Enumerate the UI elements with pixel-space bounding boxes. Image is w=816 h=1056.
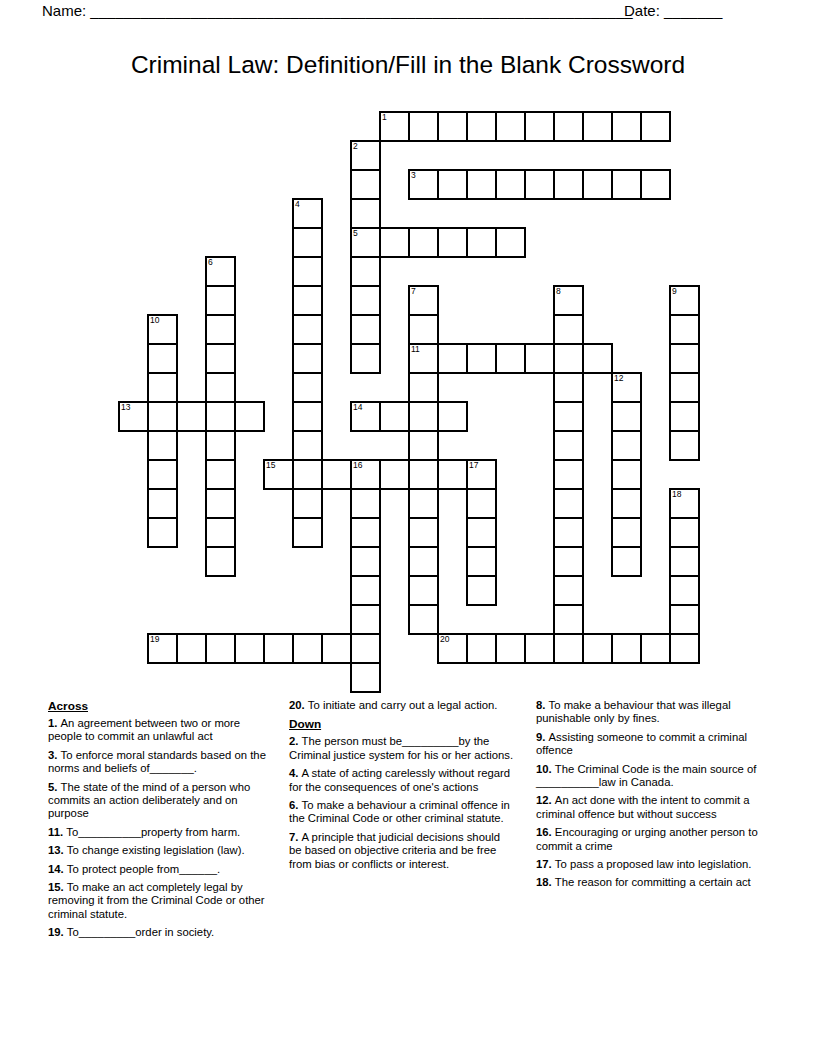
clue-down-2: 2. The person must be_________by the Cri… [289, 735, 515, 762]
grid-cell-r10c11[interactable] [437, 401, 468, 432]
clue-number-13: 13 [121, 403, 130, 412]
grid-cell-r9c19[interactable] [669, 372, 700, 403]
grid-cell-r17c19[interactable] [669, 604, 700, 635]
grid-cell-r10c4[interactable] [234, 401, 265, 432]
clue-down-7: 7. A principle that judicial decisions s… [289, 831, 515, 871]
grid-cell-r18c17[interactable] [611, 633, 642, 664]
grid-cell-r1c8[interactable]: 2 [350, 140, 381, 171]
grid-cell-r11c17[interactable] [611, 430, 642, 461]
grid-cell-r12c17[interactable] [611, 459, 642, 490]
grid-cell-r5c8[interactable] [350, 256, 381, 287]
grid-cell-r9c17[interactable]: 12 [611, 372, 642, 403]
clue-number-11: 11 [411, 345, 420, 354]
grid-cell-r18c2[interactable] [176, 633, 207, 664]
clue-across-11: 11. To__________property from harm. [48, 826, 274, 839]
down-header: Down [289, 717, 515, 731]
grid-cell-r7c8[interactable] [350, 314, 381, 345]
clue-number-19: 19 [150, 635, 159, 644]
crossword-grid: 1234567891011121314151617181920 [118, 111, 700, 693]
clue-number-18: 18 [672, 490, 681, 499]
grid-cell-r13c3[interactable] [205, 488, 236, 519]
clue-column-2: 20. To initiate and carry out a legal ac… [289, 699, 515, 876]
grid-cell-r12c7[interactable] [321, 459, 352, 490]
grid-cell-r15c15[interactable] [553, 546, 584, 577]
grid-cell-r12c11[interactable] [437, 459, 468, 490]
grid-cell-r16c15[interactable] [553, 575, 584, 606]
name-field: Name: __________________________________… [42, 2, 633, 19]
page-title: Criminal Law: Definition/Fill in the Bla… [0, 51, 816, 79]
grid-cell-r13c10[interactable] [408, 488, 439, 519]
grid-cell-r12c6[interactable] [292, 459, 323, 490]
grid-cell-r2c16[interactable] [582, 169, 613, 200]
grid-cell-r13c6[interactable] [292, 488, 323, 519]
grid-cell-r14c6[interactable] [292, 517, 323, 548]
grid-cell-r0c15[interactable] [553, 111, 584, 142]
grid-cell-r12c1[interactable] [147, 459, 178, 490]
grid-cell-r8c14[interactable] [524, 343, 555, 374]
grid-cell-r2c18[interactable] [640, 169, 671, 200]
grid-cell-r10c10[interactable] [408, 401, 439, 432]
clue-column-3: 8. To make a behaviour that was illegal … [536, 699, 762, 895]
grid-cell-r2c13[interactable] [495, 169, 526, 200]
grid-cell-r15c12[interactable] [466, 546, 497, 577]
grid-cell-r14c12[interactable] [466, 517, 497, 548]
grid-cell-r4c13[interactable] [495, 227, 526, 258]
clue-number-20: 20 [440, 635, 449, 644]
clue-across-5: 5. The state of the mind of a person who… [48, 781, 274, 821]
grid-cell-r18c16[interactable] [582, 633, 613, 664]
grid-cell-r18c13[interactable] [495, 633, 526, 664]
grid-cell-r8c19[interactable] [669, 343, 700, 374]
grid-cell-r7c15[interactable] [553, 314, 584, 345]
clue-number-8: 8 [556, 287, 561, 296]
grid-cell-r10c19[interactable] [669, 401, 700, 432]
grid-cell-r0c11[interactable] [437, 111, 468, 142]
grid-cell-r14c19[interactable] [669, 517, 700, 548]
grid-cell-r10c0[interactable]: 13 [118, 401, 149, 432]
grid-cell-r16c10[interactable] [408, 575, 439, 606]
grid-cell-r7c19[interactable] [669, 314, 700, 345]
grid-cell-r18c19[interactable] [669, 633, 700, 664]
grid-cell-r8c6[interactable] [292, 343, 323, 374]
grid-cell-r4c12[interactable] [466, 227, 497, 258]
grid-cell-r17c15[interactable] [553, 604, 584, 635]
grid-cell-r10c15[interactable] [553, 401, 584, 432]
grid-cell-r17c8[interactable] [350, 604, 381, 635]
grid-cell-r2c11[interactable] [437, 169, 468, 200]
grid-cell-r7c3[interactable] [205, 314, 236, 345]
grid-cell-r12c10[interactable] [408, 459, 439, 490]
grid-cell-r10c3[interactable] [205, 401, 236, 432]
clue-number-12: 12 [614, 374, 623, 383]
grid-cell-r13c8[interactable] [350, 488, 381, 519]
grid-cell-r2c8[interactable] [350, 169, 381, 200]
grid-cell-r17c10[interactable] [408, 604, 439, 635]
grid-cell-r15c19[interactable] [669, 546, 700, 577]
grid-cell-r8c11[interactable] [437, 343, 468, 374]
grid-cell-r6c10[interactable]: 7 [408, 285, 439, 316]
date-label: Date: [624, 2, 660, 19]
clue-number-16: 16 [353, 461, 362, 470]
grid-cell-r0c14[interactable] [524, 111, 555, 142]
grid-cell-r9c10[interactable] [408, 372, 439, 403]
grid-cell-r11c6[interactable] [292, 430, 323, 461]
grid-cell-r15c3[interactable] [205, 546, 236, 577]
grid-cell-r12c15[interactable] [553, 459, 584, 490]
grid-cell-r0c9[interactable]: 1 [379, 111, 410, 142]
date-line: _______ [664, 2, 722, 19]
grid-cell-r9c3[interactable] [205, 372, 236, 403]
grid-cell-r8c10[interactable]: 11 [408, 343, 439, 374]
clue-down-4: 4. A state of acting carelessly without … [289, 767, 515, 794]
grid-cell-r14c10[interactable] [408, 517, 439, 548]
grid-cell-r12c8[interactable]: 16 [350, 459, 381, 490]
grid-cell-r13c19[interactable]: 18 [669, 488, 700, 519]
grid-cell-r18c6[interactable] [292, 633, 323, 664]
clue-across-14: 14. To protect people from______. [48, 863, 274, 876]
grid-cell-r11c15[interactable] [553, 430, 584, 461]
clue-number-5: 5 [353, 229, 358, 238]
grid-cell-r18c4[interactable] [234, 633, 265, 664]
clue-across-20: 20. To initiate and carry out a legal ac… [289, 699, 515, 712]
name-label: Name: [42, 2, 86, 19]
clue-column-1: Across1. An agreement between two or mor… [48, 699, 274, 945]
grid-cell-r18c7[interactable] [321, 633, 352, 664]
grid-cell-r0c18[interactable] [640, 111, 671, 142]
date-field: Date: _______ [624, 2, 722, 19]
grid-cell-r12c5[interactable]: 15 [263, 459, 294, 490]
grid-cell-r6c6[interactable] [292, 285, 323, 316]
grid-cell-r16c12[interactable] [466, 575, 497, 606]
clue-down-8: 8. To make a behaviour that was illegal … [536, 699, 762, 726]
grid-cell-r12c9[interactable] [379, 459, 410, 490]
clue-across-1: 1. An agreement between two or more peop… [48, 717, 274, 744]
grid-cell-r12c12[interactable]: 17 [466, 459, 497, 490]
grid-cell-r5c3[interactable]: 6 [205, 256, 236, 287]
grid-cell-r18c14[interactable] [524, 633, 555, 664]
grid-cell-r7c6[interactable] [292, 314, 323, 345]
grid-cell-r18c5[interactable] [263, 633, 294, 664]
grid-cell-r8c13[interactable] [495, 343, 526, 374]
grid-cell-r9c6[interactable] [292, 372, 323, 403]
clue-number-15: 15 [266, 461, 275, 470]
clue-number-4: 4 [295, 200, 300, 209]
grid-cell-r8c12[interactable] [466, 343, 497, 374]
clue-across-3: 3. To enforce moral standards based on t… [48, 749, 274, 776]
grid-cell-r0c17[interactable] [611, 111, 642, 142]
grid-cell-r2c10[interactable]: 3 [408, 169, 439, 200]
grid-cell-r4c9[interactable] [379, 227, 410, 258]
grid-cell-r7c10[interactable] [408, 314, 439, 345]
grid-cell-r0c12[interactable] [466, 111, 497, 142]
grid-cell-r9c1[interactable] [147, 372, 178, 403]
grid-cell-r5c6[interactable] [292, 256, 323, 287]
grid-cell-r10c1[interactable] [147, 401, 178, 432]
grid-cell-r4c10[interactable] [408, 227, 439, 258]
grid-cell-r14c17[interactable] [611, 517, 642, 548]
grid-cell-r11c10[interactable] [408, 430, 439, 461]
grid-cell-r3c8[interactable] [350, 198, 381, 229]
grid-cell-r6c19[interactable]: 9 [669, 285, 700, 316]
grid-cell-r11c3[interactable] [205, 430, 236, 461]
clue-number-9: 9 [672, 287, 677, 296]
grid-cell-r0c13[interactable] [495, 111, 526, 142]
grid-cell-r10c17[interactable] [611, 401, 642, 432]
grid-cell-r10c8[interactable]: 14 [350, 401, 381, 432]
grid-cell-r11c19[interactable] [669, 430, 700, 461]
grid-cell-r18c11[interactable]: 20 [437, 633, 468, 664]
grid-cell-r0c16[interactable] [582, 111, 613, 142]
clue-down-9: 9. Assisting someone to commit a crimina… [536, 731, 762, 758]
clue-number-7: 7 [411, 287, 416, 296]
grid-cell-r6c3[interactable] [205, 285, 236, 316]
grid-cell-r19c8[interactable] [350, 662, 381, 693]
grid-cell-r11c1[interactable] [147, 430, 178, 461]
grid-cell-r12c3[interactable] [205, 459, 236, 490]
grid-cell-r2c17[interactable] [611, 169, 642, 200]
grid-cell-r4c11[interactable] [437, 227, 468, 258]
grid-cell-r3c6[interactable]: 4 [292, 198, 323, 229]
clue-down-18: 18. The reason for committing a certain … [536, 876, 762, 889]
clue-number-6: 6 [208, 258, 213, 267]
grid-cell-r18c12[interactable] [466, 633, 497, 664]
grid-cell-r16c8[interactable] [350, 575, 381, 606]
grid-cell-r6c15[interactable]: 8 [553, 285, 584, 316]
grid-cell-r8c3[interactable] [205, 343, 236, 374]
grid-cell-r15c8[interactable] [350, 546, 381, 577]
grid-cell-r2c15[interactable] [553, 169, 584, 200]
clue-across-19: 19. To_________order in society. [48, 926, 274, 939]
clue-number-2: 2 [353, 142, 358, 151]
grid-cell-r15c17[interactable] [611, 546, 642, 577]
grid-cell-r2c14[interactable] [524, 169, 555, 200]
grid-cell-r7c1[interactable]: 10 [147, 314, 178, 345]
grid-cell-r15c10[interactable] [408, 546, 439, 577]
clue-number-10: 10 [150, 316, 159, 325]
clue-number-17: 17 [469, 461, 478, 470]
grid-cell-r16c19[interactable] [669, 575, 700, 606]
across-header: Across [48, 699, 274, 713]
grid-cell-r8c15[interactable] [553, 343, 584, 374]
grid-cell-r13c17[interactable] [611, 488, 642, 519]
grid-cell-r0c10[interactable] [408, 111, 439, 142]
grid-cell-r10c2[interactable] [176, 401, 207, 432]
grid-cell-r9c15[interactable] [553, 372, 584, 403]
clue-number-3: 3 [411, 171, 416, 180]
grid-cell-r18c18[interactable] [640, 633, 671, 664]
grid-cell-r14c1[interactable] [147, 517, 178, 548]
clue-down-17: 17. To pass a proposed law into legislat… [536, 858, 762, 871]
clue-number-1: 1 [382, 113, 387, 122]
clue-number-14: 14 [353, 403, 362, 412]
clue-across-13: 13. To change existing legislation (law)… [48, 844, 274, 857]
grid-cell-r10c6[interactable] [292, 401, 323, 432]
grid-cell-r13c15[interactable] [553, 488, 584, 519]
grid-cell-r14c15[interactable] [553, 517, 584, 548]
grid-cell-r18c1[interactable]: 19 [147, 633, 178, 664]
grid-cell-r18c8[interactable] [350, 633, 381, 664]
grid-cell-r18c15[interactable] [553, 633, 584, 664]
clue-down-6: 6. To make a behaviour a criminal offenc… [289, 799, 515, 826]
grid-cell-r13c1[interactable] [147, 488, 178, 519]
name-line: ________________________________________… [90, 2, 632, 19]
grid-cell-r4c6[interactable] [292, 227, 323, 258]
grid-cell-r14c3[interactable] [205, 517, 236, 548]
grid-cell-r8c16[interactable] [582, 343, 613, 374]
grid-cell-r4c8[interactable]: 5 [350, 227, 381, 258]
clue-across-15: 15. To make an act completely legal by r… [48, 881, 274, 921]
grid-cell-r6c8[interactable] [350, 285, 381, 316]
grid-cell-r8c1[interactable] [147, 343, 178, 374]
clue-down-12: 12. An act done with the intent to commi… [536, 794, 762, 821]
grid-cell-r14c8[interactable] [350, 517, 381, 548]
clue-down-16: 16. Encouraging or urging another person… [536, 826, 762, 853]
grid-cell-r10c9[interactable] [379, 401, 410, 432]
grid-cell-r8c8[interactable] [350, 343, 381, 374]
clue-down-10: 10. The Criminal Code is the main source… [536, 763, 762, 790]
grid-cell-r13c12[interactable] [466, 488, 497, 519]
grid-cell-r2c12[interactable] [466, 169, 497, 200]
grid-cell-r18c3[interactable] [205, 633, 236, 664]
